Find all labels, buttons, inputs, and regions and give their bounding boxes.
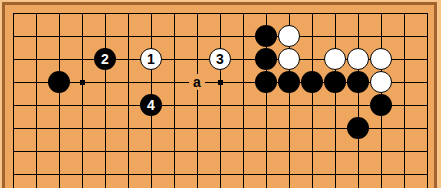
grid-line-horizontal	[13, 36, 428, 37]
grid-line-vertical	[105, 13, 106, 188]
white-stone	[278, 48, 300, 70]
grid-line-vertical	[312, 13, 313, 188]
black-stone	[370, 94, 392, 116]
black-stone	[324, 71, 346, 93]
black-stone	[278, 71, 300, 93]
white-stone	[324, 48, 346, 70]
grid-line-horizontal	[13, 105, 428, 106]
white-stone	[278, 25, 300, 47]
white-stone-move-3: 3	[209, 48, 231, 70]
black-stone	[347, 71, 369, 93]
point-label-a: a	[189, 74, 205, 90]
grid-line-vertical	[13, 13, 14, 188]
grid-line-vertical	[174, 13, 175, 188]
white-stone-move-1: 1	[140, 48, 162, 70]
black-stone	[255, 25, 277, 47]
grid-line-vertical	[427, 13, 428, 188]
white-stone	[347, 48, 369, 70]
white-stone	[370, 71, 392, 93]
grid-line-horizontal	[13, 151, 428, 152]
grid-line-vertical	[335, 13, 336, 188]
grid-line-vertical	[36, 13, 37, 188]
grid-line-vertical	[358, 13, 359, 188]
black-stone	[255, 71, 277, 93]
grid-line-vertical	[220, 13, 221, 188]
grid-line-vertical	[243, 13, 244, 188]
white-stone	[370, 48, 392, 70]
grid-line-horizontal	[13, 13, 428, 14]
black-stone-move-2: 2	[94, 48, 116, 70]
grid-line-vertical	[59, 13, 60, 188]
grid-line-vertical	[197, 13, 198, 188]
black-stone	[48, 71, 70, 93]
grid-line-horizontal	[13, 174, 428, 175]
black-stone	[301, 71, 323, 93]
black-stone	[347, 117, 369, 139]
black-stone-move-4: 4	[140, 94, 162, 116]
grid-line-vertical	[128, 13, 129, 188]
go-board-diagram: 1234a	[0, 0, 441, 188]
black-stone	[255, 48, 277, 70]
star-point	[80, 80, 85, 85]
star-point	[218, 80, 223, 85]
grid-line-vertical	[404, 13, 405, 188]
grid-line-vertical	[82, 13, 83, 188]
